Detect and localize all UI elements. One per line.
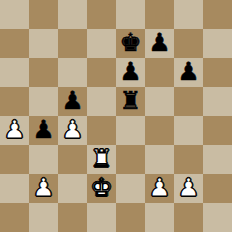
square-d7[interactable] xyxy=(87,29,116,58)
piece-white-pawn[interactable]: ♟ xyxy=(61,116,83,144)
piece-black-pawn[interactable]: ♟ xyxy=(61,87,83,115)
piece-black-pawn[interactable]: ♟ xyxy=(148,29,170,57)
square-e6[interactable]: ♟ xyxy=(116,58,145,87)
square-b4[interactable]: ♟ xyxy=(29,116,58,145)
piece-black-rook[interactable]: ♜ xyxy=(119,87,141,115)
square-c1[interactable] xyxy=(58,203,87,232)
piece-white-pawn[interactable]: ♟ xyxy=(177,174,199,202)
piece-white-king[interactable]: ♚ xyxy=(90,174,112,202)
square-a4[interactable]: ♟ xyxy=(0,116,29,145)
square-b2[interactable]: ♟ xyxy=(29,174,58,203)
square-g6[interactable]: ♟ xyxy=(174,58,203,87)
square-d6[interactable] xyxy=(87,58,116,87)
piece-white-pawn[interactable]: ♟ xyxy=(3,116,25,144)
square-a6[interactable] xyxy=(0,58,29,87)
square-c3[interactable] xyxy=(58,145,87,174)
square-g4[interactable] xyxy=(174,116,203,145)
square-b7[interactable] xyxy=(29,29,58,58)
square-b3[interactable] xyxy=(29,145,58,174)
square-b1[interactable] xyxy=(29,203,58,232)
square-e8[interactable] xyxy=(116,0,145,29)
square-a7[interactable] xyxy=(0,29,29,58)
square-b6[interactable] xyxy=(29,58,58,87)
square-f6[interactable] xyxy=(145,58,174,87)
square-g3[interactable] xyxy=(174,145,203,174)
square-c8[interactable] xyxy=(58,0,87,29)
square-h7[interactable] xyxy=(203,29,232,58)
square-a5[interactable] xyxy=(0,87,29,116)
piece-black-pawn[interactable]: ♟ xyxy=(119,58,141,86)
square-d1[interactable] xyxy=(87,203,116,232)
piece-black-king[interactable]: ♚ xyxy=(119,29,141,57)
square-f1[interactable] xyxy=(145,203,174,232)
square-e5[interactable]: ♜ xyxy=(116,87,145,116)
square-h3[interactable] xyxy=(203,145,232,174)
square-f2[interactable]: ♟ xyxy=(145,174,174,203)
square-f8[interactable] xyxy=(145,0,174,29)
square-e3[interactable] xyxy=(116,145,145,174)
square-c5[interactable]: ♟ xyxy=(58,87,87,116)
square-e1[interactable] xyxy=(116,203,145,232)
square-g5[interactable] xyxy=(174,87,203,116)
square-f4[interactable] xyxy=(145,116,174,145)
square-h8[interactable] xyxy=(203,0,232,29)
square-a1[interactable] xyxy=(0,203,29,232)
square-b5[interactable] xyxy=(29,87,58,116)
square-a2[interactable] xyxy=(0,174,29,203)
square-f7[interactable]: ♟ xyxy=(145,29,174,58)
square-c6[interactable] xyxy=(58,58,87,87)
square-d8[interactable] xyxy=(87,0,116,29)
square-g1[interactable] xyxy=(174,203,203,232)
square-h1[interactable] xyxy=(203,203,232,232)
square-d3[interactable]: ♜ xyxy=(87,145,116,174)
square-d4[interactable] xyxy=(87,116,116,145)
square-f3[interactable] xyxy=(145,145,174,174)
piece-black-pawn[interactable]: ♟ xyxy=(32,116,54,144)
square-h2[interactable] xyxy=(203,174,232,203)
square-a8[interactable] xyxy=(0,0,29,29)
piece-black-pawn[interactable]: ♟ xyxy=(177,58,199,86)
square-e4[interactable] xyxy=(116,116,145,145)
square-h6[interactable] xyxy=(203,58,232,87)
square-e2[interactable] xyxy=(116,174,145,203)
square-f5[interactable] xyxy=(145,87,174,116)
square-d5[interactable] xyxy=(87,87,116,116)
square-g2[interactable]: ♟ xyxy=(174,174,203,203)
square-b8[interactable] xyxy=(29,0,58,29)
square-c7[interactable] xyxy=(58,29,87,58)
square-h5[interactable] xyxy=(203,87,232,116)
chess-board: ♚♟♟♟♟♜♟♟♟♜♟♚♟♟ xyxy=(0,0,232,232)
square-c4[interactable]: ♟ xyxy=(58,116,87,145)
piece-white-rook[interactable]: ♜ xyxy=(90,145,112,173)
square-g8[interactable] xyxy=(174,0,203,29)
square-g7[interactable] xyxy=(174,29,203,58)
piece-white-pawn[interactable]: ♟ xyxy=(148,174,170,202)
square-h4[interactable] xyxy=(203,116,232,145)
square-c2[interactable] xyxy=(58,174,87,203)
square-e7[interactable]: ♚ xyxy=(116,29,145,58)
square-d2[interactable]: ♚ xyxy=(87,174,116,203)
square-a3[interactable] xyxy=(0,145,29,174)
piece-white-pawn[interactable]: ♟ xyxy=(32,174,54,202)
